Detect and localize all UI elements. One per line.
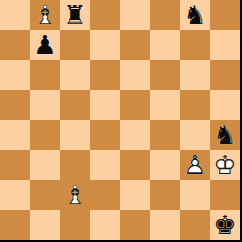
square-d5[interactable] bbox=[90, 90, 120, 120]
square-h4[interactable]: ♞ bbox=[210, 120, 240, 150]
square-g7[interactable] bbox=[180, 30, 210, 60]
square-f5[interactable] bbox=[150, 90, 180, 120]
square-c7[interactable] bbox=[60, 30, 90, 60]
square-a2[interactable] bbox=[0, 180, 30, 210]
black-king[interactable]: ♚ bbox=[210, 210, 240, 240]
white-king[interactable]: ♚♔ bbox=[210, 150, 240, 180]
square-g2[interactable] bbox=[180, 180, 210, 210]
square-g4[interactable] bbox=[180, 120, 210, 150]
square-b8[interactable]: ♝♗ bbox=[30, 0, 60, 30]
square-g8[interactable]: ♞ bbox=[180, 0, 210, 30]
white-king-outline-icon: ♔ bbox=[210, 150, 240, 180]
square-b6[interactable] bbox=[30, 60, 60, 90]
square-d7[interactable] bbox=[90, 30, 120, 60]
square-d1[interactable] bbox=[90, 210, 120, 240]
square-b3[interactable] bbox=[30, 150, 60, 180]
square-b1[interactable] bbox=[30, 210, 60, 240]
square-f2[interactable] bbox=[150, 180, 180, 210]
square-e7[interactable] bbox=[120, 30, 150, 60]
square-h2[interactable] bbox=[210, 180, 240, 210]
black-knight-icon: ♞ bbox=[180, 0, 210, 30]
square-f3[interactable] bbox=[150, 150, 180, 180]
square-h5[interactable] bbox=[210, 90, 240, 120]
square-g1[interactable] bbox=[180, 210, 210, 240]
square-b7[interactable]: ♟ bbox=[30, 30, 60, 60]
square-g6[interactable] bbox=[180, 60, 210, 90]
chess-board: ♝♗♜♞♟♞♟♙♚♔♝♗♚ bbox=[0, 0, 242, 242]
square-d8[interactable] bbox=[90, 0, 120, 30]
square-b4[interactable] bbox=[30, 120, 60, 150]
square-e1[interactable] bbox=[120, 210, 150, 240]
black-pawn[interactable]: ♟ bbox=[30, 30, 60, 60]
square-f8[interactable] bbox=[150, 0, 180, 30]
white-bishop-outline-icon: ♗ bbox=[60, 180, 90, 210]
black-knight-icon: ♞ bbox=[210, 120, 240, 150]
black-knight[interactable]: ♞ bbox=[180, 0, 210, 30]
square-a5[interactable] bbox=[0, 90, 30, 120]
square-e8[interactable] bbox=[120, 0, 150, 30]
square-e5[interactable] bbox=[120, 90, 150, 120]
square-h3[interactable]: ♚♔ bbox=[210, 150, 240, 180]
square-a6[interactable] bbox=[0, 60, 30, 90]
black-rook[interactable]: ♜ bbox=[60, 0, 90, 30]
white-pawn-outline-icon: ♙ bbox=[180, 150, 210, 180]
square-f4[interactable] bbox=[150, 120, 180, 150]
square-a7[interactable] bbox=[0, 30, 30, 60]
white-pawn[interactable]: ♟♙ bbox=[180, 150, 210, 180]
square-g5[interactable] bbox=[180, 90, 210, 120]
square-a4[interactable] bbox=[0, 120, 30, 150]
black-king-icon: ♚ bbox=[210, 210, 240, 240]
square-h8[interactable] bbox=[210, 0, 240, 30]
square-d6[interactable] bbox=[90, 60, 120, 90]
square-e3[interactable] bbox=[120, 150, 150, 180]
square-b2[interactable] bbox=[30, 180, 60, 210]
black-rook-icon: ♜ bbox=[60, 0, 90, 30]
square-h1[interactable]: ♚ bbox=[210, 210, 240, 240]
square-a1[interactable] bbox=[0, 210, 30, 240]
square-f7[interactable] bbox=[150, 30, 180, 60]
chess-app: ♝♗♜♞♟♞♟♙♚♔♝♗♚ bbox=[0, 0, 242, 242]
white-bishop[interactable]: ♝♗ bbox=[30, 0, 60, 30]
white-bishop[interactable]: ♝♗ bbox=[60, 180, 90, 210]
black-pawn-icon: ♟ bbox=[30, 30, 60, 60]
square-d2[interactable] bbox=[90, 180, 120, 210]
square-c5[interactable] bbox=[60, 90, 90, 120]
square-c3[interactable] bbox=[60, 150, 90, 180]
square-f6[interactable] bbox=[150, 60, 180, 90]
black-knight[interactable]: ♞ bbox=[210, 120, 240, 150]
square-e4[interactable] bbox=[120, 120, 150, 150]
square-c4[interactable] bbox=[60, 120, 90, 150]
square-a3[interactable] bbox=[0, 150, 30, 180]
square-c1[interactable] bbox=[60, 210, 90, 240]
white-bishop-outline-icon: ♗ bbox=[30, 0, 60, 30]
square-c6[interactable] bbox=[60, 60, 90, 90]
square-h6[interactable] bbox=[210, 60, 240, 90]
square-g3[interactable]: ♟♙ bbox=[180, 150, 210, 180]
square-d3[interactable] bbox=[90, 150, 120, 180]
square-c8[interactable]: ♜ bbox=[60, 0, 90, 30]
square-b5[interactable] bbox=[30, 90, 60, 120]
square-c2[interactable]: ♝♗ bbox=[60, 180, 90, 210]
square-a8[interactable] bbox=[0, 0, 30, 30]
square-f1[interactable] bbox=[150, 210, 180, 240]
square-d4[interactable] bbox=[90, 120, 120, 150]
square-h7[interactable] bbox=[210, 30, 240, 60]
square-e6[interactable] bbox=[120, 60, 150, 90]
square-e2[interactable] bbox=[120, 180, 150, 210]
